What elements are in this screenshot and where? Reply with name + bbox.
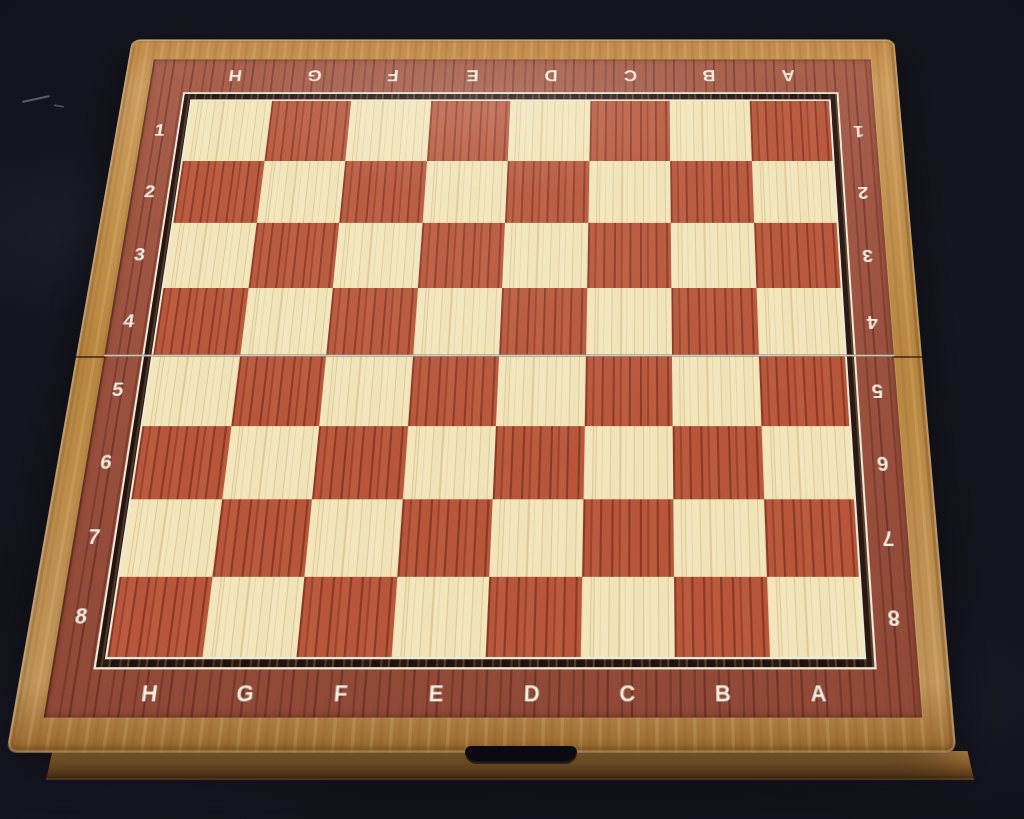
square-b8 [674,576,769,657]
square-c6 [583,426,673,500]
square-h6 [131,426,231,500]
file-label-bottom-b: B [675,669,772,717]
square-b3 [671,223,756,288]
square-c1 [589,101,670,161]
border-line-inner [105,99,866,659]
square-h2 [173,161,264,223]
file-label-bottom-d: D [483,669,580,717]
rank-label-right-5: 5 [856,355,899,426]
square-d5 [496,355,586,426]
square-b5 [672,355,761,426]
square-d4 [499,288,587,356]
square-d6 [493,426,585,500]
square-h8 [107,576,212,657]
square-b4 [671,288,758,356]
square-c8 [580,576,675,657]
file-label-top-c: C [590,59,669,92]
square-h1 [183,101,272,161]
square-f4 [326,288,417,356]
rank-label-right-3: 3 [847,223,888,288]
rank-label-right-4: 4 [851,288,893,356]
square-a8 [766,576,863,657]
rank-label-right-8: 8 [871,576,918,657]
file-label-bottom-a: A [770,669,868,717]
square-a1 [749,101,832,161]
square-a2 [751,161,836,223]
square-e7 [397,499,493,576]
square-b7 [673,499,766,576]
square-a7 [764,499,859,576]
file-label-bottom-f: F [291,669,391,717]
square-d2 [505,161,589,223]
square-e6 [402,426,496,500]
square-c4 [586,288,672,356]
lint-speck [54,104,64,108]
square-h5 [143,355,240,426]
square-f2 [339,161,426,223]
file-label-bottom-h: H [98,669,200,717]
square-e1 [427,101,511,161]
square-g2 [256,161,345,223]
square-g4 [240,288,333,356]
square-b6 [673,426,764,500]
rank-label-right-7: 7 [865,499,911,576]
rank-label-right-2: 2 [843,161,884,223]
lint-speck [22,95,50,103]
square-g6 [222,426,320,500]
square-b1 [670,101,752,161]
photo-scene: HGFEDCBA HGFEDCBA 12345678 12345678 [0,0,1024,819]
square-d7 [489,499,583,576]
handle-notch [465,746,577,764]
file-label-top-h: H [193,59,276,92]
square-h3 [164,223,257,288]
square-a5 [758,355,849,426]
file-label-top-f: F [352,59,434,92]
square-e5 [408,355,499,426]
square-g5 [231,355,326,426]
square-a3 [754,223,841,288]
square-e3 [417,223,505,288]
square-c7 [582,499,674,576]
file-labels-top: HGFEDCBA [193,59,828,92]
square-e8 [391,576,489,657]
rank-label-right-6: 6 [861,426,906,500]
file-label-bottom-e: E [387,669,485,717]
square-a6 [761,426,854,500]
file-label-top-d: D [511,59,591,92]
square-f6 [312,426,408,500]
square-h4 [153,288,248,356]
file-label-top-e: E [431,59,512,92]
file-label-top-a: A [748,59,829,92]
border-line-outer [93,92,876,669]
square-d8 [486,576,582,657]
square-a4 [756,288,845,356]
square-b2 [670,161,753,223]
square-h7 [120,499,222,576]
square-g7 [212,499,312,576]
square-g1 [264,101,351,161]
file-labels-bottom: HGFEDCBA [98,669,868,717]
square-c5 [584,355,672,426]
file-label-top-b: B [669,59,749,92]
square-c3 [587,223,672,288]
border-dark-band [96,94,875,667]
square-g8 [202,576,305,657]
square-d1 [508,101,590,161]
square-f3 [333,223,422,288]
square-e4 [413,288,502,356]
file-label-bottom-g: G [194,669,295,717]
file-label-bottom-c: C [579,669,675,717]
file-label-top-g: G [273,59,356,92]
square-f5 [319,355,412,426]
square-f8 [296,576,396,657]
square-g3 [248,223,339,288]
rank-label-right-1: 1 [839,101,879,161]
square-f7 [304,499,402,576]
hinge-cut-right [892,356,922,358]
printed-board-sheet: HGFEDCBA HGFEDCBA 12345678 12345678 [44,59,923,717]
square-e2 [422,161,508,223]
square-d3 [502,223,588,288]
board-grid [107,101,864,657]
hinge-cut-left [76,356,106,358]
chessboard: HGFEDCBA HGFEDCBA 12345678 12345678 [6,39,956,752]
square-f1 [345,101,430,161]
square-c2 [588,161,671,223]
fold-seam [104,354,894,357]
